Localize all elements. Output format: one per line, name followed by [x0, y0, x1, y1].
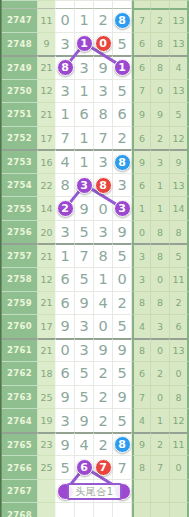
- stat-cell: 5: [170, 102, 189, 126]
- sum-cell: 17: [38, 126, 56, 150]
- stat-cell: 1: [151, 173, 170, 197]
- period-cell: 2756: [2, 220, 38, 244]
- sum-cell: 12: [38, 267, 56, 291]
- digit-cell: 2: [94, 408, 113, 432]
- sum-cell: 21: [38, 291, 56, 315]
- chart-row: 27581265103011: [2, 267, 189, 291]
- chart-row: 27551429031114: [2, 196, 189, 220]
- stat-cell: 11: [170, 432, 189, 456]
- chart-row: 27501231357013: [2, 79, 189, 103]
- stat-cell: 7: [151, 455, 170, 479]
- stat-cell: [151, 502, 170, 517]
- sum-cell: 25: [38, 455, 56, 479]
- stat-cell: 8: [132, 338, 151, 362]
- stat-cell: 0: [170, 361, 189, 385]
- digit-cell: 3: [75, 314, 94, 338]
- period-cell: 2766: [2, 455, 38, 479]
- stat-cell: 8: [132, 455, 151, 479]
- stat-cell: 13: [170, 8, 189, 32]
- stat-cell: 6: [132, 55, 151, 79]
- stat-cell: 3: [151, 149, 170, 173]
- digit-cell: 6: [56, 267, 75, 291]
- chart-row: 2757211785385: [2, 243, 189, 267]
- sum-cell: 9: [38, 32, 56, 56]
- stat-cell: 7: [132, 385, 151, 409]
- stat-cell: 9: [132, 102, 151, 126]
- red-circle-marker: 0: [95, 35, 112, 52]
- digit-cell: [94, 0, 113, 8]
- stat-cell: 9: [170, 149, 189, 173]
- digit-cell: 8: [94, 173, 113, 197]
- chart-row: 2748931056813: [2, 32, 189, 56]
- period-cell: 2765: [2, 432, 38, 456]
- stat-cell: [132, 479, 151, 503]
- digit-cell: 7: [56, 126, 75, 150]
- period-cell: 2754: [2, 173, 38, 197]
- stat-cell: 8: [151, 55, 170, 79]
- digit-cell: 3: [113, 196, 132, 220]
- digit-cell: 1: [56, 243, 75, 267]
- digit-cell: 8: [94, 102, 113, 126]
- sum-cell: 19: [38, 408, 56, 432]
- digit-cell: 8: [56, 55, 75, 79]
- digit-cell: 9: [56, 432, 75, 456]
- digit-cell: 3: [56, 220, 75, 244]
- digit-cell: 2: [113, 126, 132, 150]
- sum-cell: 14: [38, 196, 56, 220]
- sum-cell: 18: [38, 361, 56, 385]
- period-cell: 2751: [2, 102, 38, 126]
- digit-cell: 3: [94, 79, 113, 103]
- digit-cell: 4: [75, 432, 94, 456]
- digit-cell: 6: [113, 102, 132, 126]
- digit-cell: [75, 502, 94, 517]
- stat-cell: 0: [151, 338, 170, 362]
- stat-cell: 7: [132, 79, 151, 103]
- period-cell: 2752: [2, 126, 38, 150]
- stat-cell: 0: [132, 220, 151, 244]
- period-cell: 2749: [2, 55, 38, 79]
- stat-cell: 6: [132, 173, 151, 197]
- stat-cell: 2: [151, 432, 170, 456]
- stat-cell: 8: [151, 32, 170, 56]
- digit-cell: 4: [56, 149, 75, 173]
- sum-cell: 21: [38, 55, 56, 79]
- stat-cell: 8: [151, 291, 170, 315]
- digit-cell: 3: [56, 79, 75, 103]
- digit-cell: 9: [75, 408, 94, 432]
- stat-cell: 6: [132, 32, 151, 56]
- sum-cell: 17: [38, 314, 56, 338]
- stat-cell: 2: [151, 126, 170, 150]
- digit-cell: 8: [113, 432, 132, 456]
- digit-cell: 2: [94, 8, 113, 32]
- stat-cell: 13: [170, 173, 189, 197]
- stat-cell: 12: [170, 408, 189, 432]
- digit-cell: 7: [94, 455, 113, 479]
- digit-cell: 0: [94, 32, 113, 56]
- period-cell: 2768: [2, 502, 38, 517]
- digit-cell: 1: [75, 8, 94, 32]
- stat-cell: 0: [170, 455, 189, 479]
- digit-cell: 5: [113, 408, 132, 432]
- stat-cell: 0: [151, 385, 170, 409]
- stat-cell: 9: [132, 149, 151, 173]
- digit-cell: 1: [113, 55, 132, 79]
- stat-cell: 13: [170, 338, 189, 362]
- digit-cell: [113, 502, 132, 517]
- digit-cell: 6: [56, 361, 75, 385]
- digit-cell: 6: [56, 291, 75, 315]
- stat-cell: 6: [132, 126, 151, 150]
- sum-cell: 21: [38, 338, 56, 362]
- chart-row: 27521771726212: [2, 126, 189, 150]
- blue-circle-marker: 8: [114, 12, 131, 29]
- purple-circle-marker: 1: [114, 59, 131, 76]
- digit-cell: 9: [94, 55, 113, 79]
- period-cell: 2748: [2, 32, 38, 56]
- stat-cell: 12: [170, 126, 189, 150]
- purple-circle-marker: 3: [114, 200, 131, 217]
- lottery-trend-chart: 2747110128721327489310568132749218391684…: [0, 0, 189, 517]
- digit-cell: 5: [75, 267, 94, 291]
- purple-circle-marker: 6: [76, 459, 93, 476]
- sum-cell: 21: [38, 102, 56, 126]
- period-cell: 2761: [2, 338, 38, 362]
- digit-cell: 2: [56, 196, 75, 220]
- stat-cell: 1: [151, 196, 170, 220]
- stat-cell: 8: [132, 291, 151, 315]
- chart-row: 2760179305436: [2, 314, 189, 338]
- digit-cell: 5: [113, 361, 132, 385]
- digit-cell: 6: [75, 102, 94, 126]
- stat-cell: [132, 0, 151, 8]
- stat-cell: 13: [170, 79, 189, 103]
- period-cell: 2757: [2, 243, 38, 267]
- blue-circle-marker: 8: [114, 436, 131, 453]
- stat-cell: [132, 502, 151, 517]
- period-cell: 2763: [2, 385, 38, 409]
- sum-cell: 12: [38, 79, 56, 103]
- digit-cell: [56, 502, 75, 517]
- stat-cell: 0: [151, 79, 170, 103]
- chart-row: [2, 0, 189, 8]
- digit-cell: 4: [94, 291, 113, 315]
- purple-circle-marker: 1: [76, 35, 93, 52]
- stat-cell: 2: [151, 8, 170, 32]
- red-circle-marker: 7: [95, 459, 112, 476]
- digit-cell: 6: [75, 455, 94, 479]
- digit-cell: 8: [56, 173, 75, 197]
- digit-cell: 2: [94, 361, 113, 385]
- digit-cell: 0: [56, 8, 75, 32]
- digit-cell: [113, 0, 132, 8]
- period-cell: 2753: [2, 149, 38, 173]
- stat-cell: [170, 502, 189, 517]
- period-cell: 2767: [2, 479, 38, 503]
- digit-cell: 5: [56, 455, 75, 479]
- chart-row: 2759216942882: [2, 291, 189, 315]
- digit-cell: 0: [94, 314, 113, 338]
- chart-row: 2762186525620: [2, 361, 189, 385]
- digit-cell: 8: [113, 8, 132, 32]
- digit-cell: 1: [94, 267, 113, 291]
- stat-cell: 1: [132, 196, 151, 220]
- stat-cell: [151, 479, 170, 503]
- stat-cell: 9: [132, 432, 151, 456]
- digit-cell: 7: [94, 126, 113, 150]
- digit-cell: 3: [94, 149, 113, 173]
- digit-cell: 9: [56, 314, 75, 338]
- chart-row: 27542283836113: [2, 173, 189, 197]
- digit-cell: 8: [113, 149, 132, 173]
- chart-row: 27641939254112: [2, 408, 189, 432]
- digit-cell: 9: [56, 385, 75, 409]
- stat-cell: [151, 0, 170, 8]
- digit-cell: [75, 0, 94, 8]
- sum-cell: 25: [38, 385, 56, 409]
- digit-cell: 9: [113, 220, 132, 244]
- chart-row: 27612103998013: [2, 338, 189, 362]
- stat-cell: 3: [151, 314, 170, 338]
- stat-cell: 3: [132, 243, 151, 267]
- digit-cell: 2: [113, 291, 132, 315]
- annotation-label: 头尾合1: [67, 483, 122, 500]
- digit-cell: 5: [113, 243, 132, 267]
- sum-cell: [38, 502, 56, 517]
- digit-cell: 5: [113, 32, 132, 56]
- chart-row: 2763259529708: [2, 385, 189, 409]
- digit-cell: [94, 502, 113, 517]
- digit-cell: 2: [94, 385, 113, 409]
- period-cell: 2755: [2, 196, 38, 220]
- digit-cell: 3: [75, 55, 94, 79]
- digit-cell: 1: [75, 149, 94, 173]
- stat-cell: 7: [132, 8, 151, 32]
- sum-cell: 21: [38, 243, 56, 267]
- sum-cell: 20: [38, 220, 56, 244]
- digit-cell: 3: [56, 408, 75, 432]
- stat-cell: 8: [170, 220, 189, 244]
- stat-cell: 8: [151, 243, 170, 267]
- chart-row: 27652394289211: [2, 432, 189, 456]
- digit-cell: 0: [56, 338, 75, 362]
- blue-circle-marker: 8: [114, 154, 131, 171]
- stat-cell: 6: [170, 314, 189, 338]
- digit-cell: 9: [75, 196, 94, 220]
- stat-cell: 4: [170, 55, 189, 79]
- stat-cell: 11: [170, 267, 189, 291]
- stat-cell: 3: [132, 267, 151, 291]
- digit-cell: [56, 0, 75, 8]
- digit-cell: 5: [113, 79, 132, 103]
- chart-row: 2766255677870: [2, 455, 189, 479]
- period-cell: [2, 0, 38, 8]
- chart-row: 2756203539088: [2, 220, 189, 244]
- digit-cell: 1: [75, 126, 94, 150]
- stat-cell: 0: [151, 267, 170, 291]
- digit-cell: 9: [75, 291, 94, 315]
- board-grid: 2747110128721327489310568132749218391684…: [2, 0, 189, 517]
- sum-cell: 11: [38, 8, 56, 32]
- digit-cell: 2: [94, 432, 113, 456]
- period-cell: 2764: [2, 408, 38, 432]
- digit-cell: 5: [75, 361, 94, 385]
- stat-cell: 4: [132, 314, 151, 338]
- stat-cell: 4: [132, 408, 151, 432]
- period-cell: 2750: [2, 79, 38, 103]
- digit-cell: 1: [56, 102, 75, 126]
- digit-cell: 3: [75, 338, 94, 362]
- chart-row: 2751211686995: [2, 102, 189, 126]
- chart-row: 27471101287213: [2, 8, 189, 32]
- left-edge-shadow: [0, 0, 2, 517]
- sum-cell: [38, 0, 56, 8]
- purple-circle-marker: 8: [57, 59, 74, 76]
- digit-cell: 3: [56, 32, 75, 56]
- digit-cell: 1: [75, 32, 94, 56]
- period-cell: 2759: [2, 291, 38, 315]
- stat-cell: 13: [170, 32, 189, 56]
- period-cell: 2758: [2, 267, 38, 291]
- stat-cell: 5: [170, 243, 189, 267]
- stat-cell: 2: [170, 291, 189, 315]
- stat-cell: 9: [151, 102, 170, 126]
- period-cell: 2760: [2, 314, 38, 338]
- digit-cell: 8: [94, 243, 113, 267]
- digit-cell: 7: [75, 243, 94, 267]
- stat-cell: [170, 479, 189, 503]
- digit-cell: 3: [94, 220, 113, 244]
- red-circle-marker: 8: [95, 177, 112, 194]
- stat-cell: 8: [151, 220, 170, 244]
- stat-cell: 1: [151, 408, 170, 432]
- sum-cell: 22: [38, 173, 56, 197]
- sum-cell: 23: [38, 432, 56, 456]
- digit-cell: 0: [94, 196, 113, 220]
- period-cell: 2762: [2, 361, 38, 385]
- sum-cell: 16: [38, 149, 56, 173]
- digit-cell: 9: [113, 338, 132, 362]
- stat-cell: [170, 0, 189, 8]
- stat-cell: 14: [170, 196, 189, 220]
- digit-cell: 5: [75, 220, 94, 244]
- digit-cell: 3: [75, 173, 94, 197]
- stat-cell: 6: [132, 361, 151, 385]
- digit-cell: 5: [75, 385, 94, 409]
- stat-cell: 2: [151, 361, 170, 385]
- stat-cell: 8: [170, 385, 189, 409]
- digit-cell: 9: [94, 338, 113, 362]
- chart-row: 2768: [2, 502, 189, 516]
- purple-circle-marker: 2: [57, 200, 74, 217]
- digit-cell: 9: [113, 385, 132, 409]
- digit-cell: 1: [75, 79, 94, 103]
- digit-cell: 3: [113, 173, 132, 197]
- period-cell: 2747: [2, 8, 38, 32]
- sum-cell: [38, 479, 56, 503]
- digit-cell: 7: [113, 455, 132, 479]
- chart-row: 2749218391684: [2, 55, 189, 79]
- digit-cell: 0: [113, 267, 132, 291]
- chart-row: 2753164138939: [2, 149, 189, 173]
- purple-circle-marker: 3: [76, 177, 93, 194]
- digit-cell: 5: [113, 314, 132, 338]
